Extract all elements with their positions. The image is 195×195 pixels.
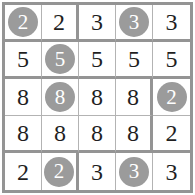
- cell-value: 2: [166, 121, 178, 145]
- cell-value: 8: [91, 121, 103, 145]
- given-circle: 3: [119, 7, 149, 37]
- cell-r1c4[interactable]: 3: [116, 5, 153, 42]
- cell-r5c1[interactable]: 2: [5, 153, 42, 190]
- cell-r3c4[interactable]: 8: [116, 79, 153, 116]
- cell-r4c3[interactable]: 8: [79, 116, 116, 153]
- cell-r4c1[interactable]: 8: [5, 116, 42, 153]
- given-circle: 3: [119, 157, 149, 187]
- cell-value: 8: [17, 121, 29, 145]
- cell-value: 8: [127, 85, 139, 109]
- given-circle: 8: [45, 82, 75, 112]
- cell-value: 5: [17, 47, 29, 71]
- cell-r2c5[interactable]: 5: [153, 42, 190, 79]
- cell-r4c2[interactable]: 8: [42, 116, 79, 153]
- cell-r4c5[interactable]: 2: [153, 116, 190, 153]
- fillomino-board: 2233355555888828888222333: [2, 2, 193, 193]
- given-circle: 2: [8, 7, 38, 37]
- cell-r3c2[interactable]: 8: [42, 79, 79, 116]
- cell-r5c2[interactable]: 2: [42, 153, 79, 190]
- cell-r5c3[interactable]: 3: [79, 153, 116, 190]
- cell-r3c3[interactable]: 8: [79, 79, 116, 116]
- cell-value: 8: [17, 85, 29, 109]
- cell-r3c5[interactable]: 2: [153, 79, 190, 116]
- cell-value: 8: [54, 121, 66, 145]
- cell-value: 2: [17, 160, 29, 184]
- cell-value: 3: [91, 160, 103, 184]
- cell-value: 8: [91, 85, 103, 109]
- cell-r2c1[interactable]: 5: [5, 42, 42, 79]
- cell-r1c5[interactable]: 3: [153, 5, 190, 42]
- cell-value: 8: [127, 121, 139, 145]
- fillomino-puzzle: 2233355555888828888222333: [0, 2, 195, 193]
- cell-r1c3[interactable]: 3: [79, 5, 116, 42]
- cell-value: 5: [91, 47, 103, 71]
- cell-r2c2[interactable]: 5: [42, 42, 79, 79]
- cell-r1c2[interactable]: 2: [42, 5, 79, 42]
- cell-r5c4[interactable]: 3: [116, 153, 153, 190]
- cell-r2c4[interactable]: 5: [116, 42, 153, 79]
- given-circle: 2: [157, 82, 187, 112]
- cell-value: 3: [91, 10, 103, 34]
- cell-value: 3: [166, 160, 178, 184]
- cell-r3c1[interactable]: 8: [5, 79, 42, 116]
- cell-r1c1[interactable]: 2: [5, 5, 42, 42]
- cell-value: 5: [128, 47, 140, 71]
- cell-r2c3[interactable]: 5: [79, 42, 116, 79]
- cell-r4c4[interactable]: 8: [116, 116, 153, 153]
- cell-r5c5[interactable]: 3: [153, 153, 190, 190]
- given-circle: 5: [45, 44, 75, 74]
- given-circle: 2: [44, 157, 74, 187]
- cell-value: 2: [53, 10, 65, 34]
- cell-value: 3: [166, 10, 178, 34]
- cell-value: 5: [166, 47, 178, 71]
